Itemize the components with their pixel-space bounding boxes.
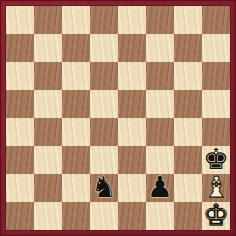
square-d5[interactable]: [90, 90, 118, 118]
square-c1[interactable]: [62, 202, 90, 230]
square-g2[interactable]: [174, 174, 202, 202]
square-e7[interactable]: [118, 34, 146, 62]
square-h5[interactable]: [202, 90, 230, 118]
square-g3[interactable]: [174, 146, 202, 174]
square-b7[interactable]: [34, 34, 62, 62]
square-a7[interactable]: [6, 34, 34, 62]
white-king[interactable]: ♚: [203, 201, 229, 229]
square-f8[interactable]: [146, 6, 174, 34]
square-a4[interactable]: [6, 118, 34, 146]
square-e1[interactable]: [118, 202, 146, 230]
square-h6[interactable]: [202, 62, 230, 90]
square-h7[interactable]: [202, 34, 230, 62]
square-c5[interactable]: [62, 90, 90, 118]
square-d7[interactable]: [90, 34, 118, 62]
square-f6[interactable]: [146, 62, 174, 90]
square-c4[interactable]: [62, 118, 90, 146]
square-h1[interactable]: ♚: [202, 202, 230, 230]
square-a6[interactable]: [6, 62, 34, 90]
square-g6[interactable]: [174, 62, 202, 90]
square-e6[interactable]: [118, 62, 146, 90]
square-d8[interactable]: [90, 6, 118, 34]
square-a8[interactable]: [6, 6, 34, 34]
square-b6[interactable]: [34, 62, 62, 90]
square-g8[interactable]: [174, 6, 202, 34]
black-pawn[interactable]: ♟: [147, 173, 173, 201]
square-e3[interactable]: [118, 146, 146, 174]
square-d1[interactable]: [90, 202, 118, 230]
square-b5[interactable]: [34, 90, 62, 118]
square-b8[interactable]: [34, 6, 62, 34]
square-e2[interactable]: [118, 174, 146, 202]
square-e5[interactable]: [118, 90, 146, 118]
square-c7[interactable]: [62, 34, 90, 62]
black-knight[interactable]: ♞: [91, 173, 117, 201]
square-c2[interactable]: [62, 174, 90, 202]
square-d2[interactable]: ♞: [90, 174, 118, 202]
square-g7[interactable]: [174, 34, 202, 62]
black-king[interactable]: ♚: [203, 145, 229, 173]
square-c8[interactable]: [62, 6, 90, 34]
square-c6[interactable]: [62, 62, 90, 90]
square-a3[interactable]: [6, 146, 34, 174]
square-b3[interactable]: [34, 146, 62, 174]
square-e8[interactable]: [118, 6, 146, 34]
square-b4[interactable]: [34, 118, 62, 146]
square-g1[interactable]: [174, 202, 202, 230]
square-f1[interactable]: [146, 202, 174, 230]
square-a1[interactable]: [6, 202, 34, 230]
square-g5[interactable]: [174, 90, 202, 118]
square-a5[interactable]: [6, 90, 34, 118]
square-a2[interactable]: [6, 174, 34, 202]
square-f2[interactable]: ♟: [146, 174, 174, 202]
square-c3[interactable]: [62, 146, 90, 174]
chess-board: ♚♞♟♝♚: [6, 6, 230, 230]
square-d4[interactable]: [90, 118, 118, 146]
square-f5[interactable]: [146, 90, 174, 118]
square-b2[interactable]: [34, 174, 62, 202]
square-g4[interactable]: [174, 118, 202, 146]
square-f7[interactable]: [146, 34, 174, 62]
chess-board-frame: ♚♞♟♝♚: [0, 0, 236, 236]
white-bishop[interactable]: ♝: [203, 173, 229, 201]
square-d6[interactable]: [90, 62, 118, 90]
square-h8[interactable]: [202, 6, 230, 34]
square-e4[interactable]: [118, 118, 146, 146]
square-f4[interactable]: [146, 118, 174, 146]
square-b1[interactable]: [34, 202, 62, 230]
